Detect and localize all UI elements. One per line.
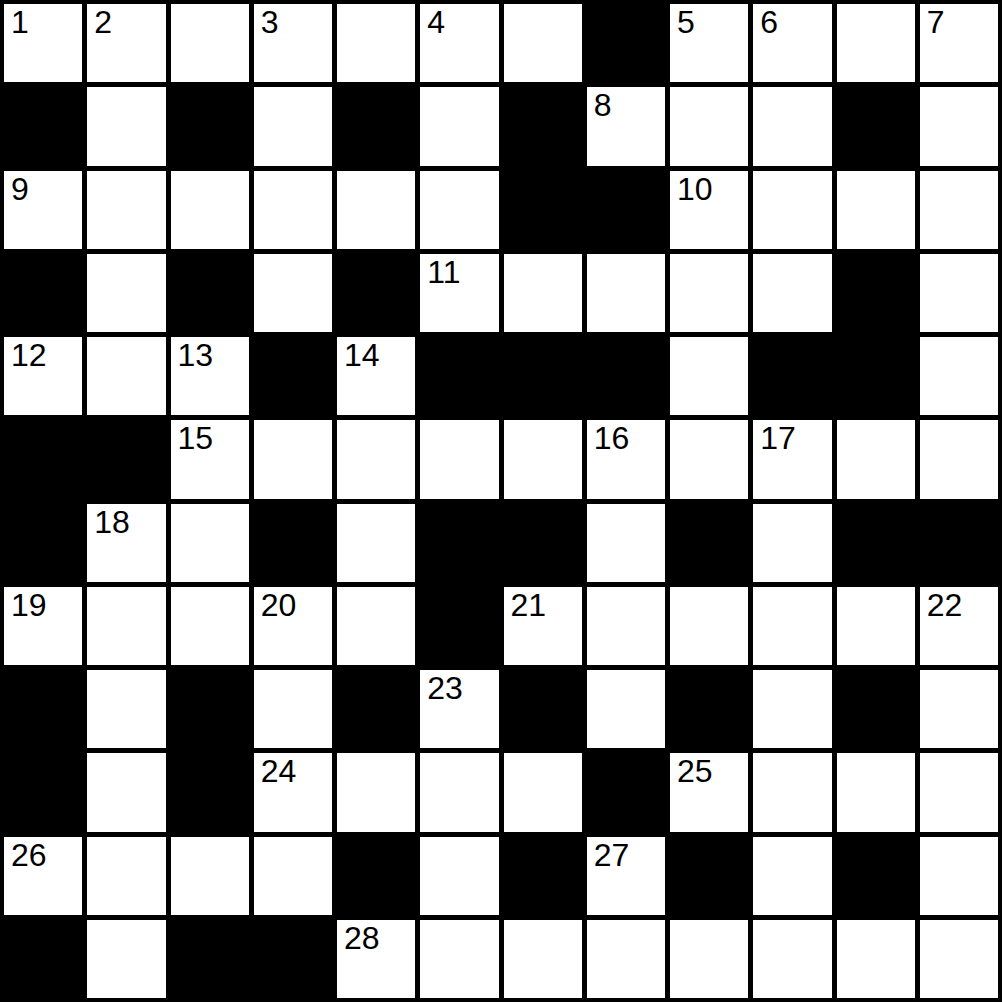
blocked-cell-r1c2 xyxy=(171,87,249,165)
blocked-cell-r9c7 xyxy=(587,753,665,831)
cell-r11c7[interactable] xyxy=(587,920,665,998)
cell-r9c9[interactable] xyxy=(753,753,831,831)
clue-number: 27 xyxy=(594,839,630,873)
cell-r11c9[interactable] xyxy=(753,920,831,998)
cell-r1c9[interactable] xyxy=(753,87,831,165)
cell-r4c1[interactable] xyxy=(87,337,165,415)
cell-r2c10[interactable] xyxy=(837,171,915,249)
blocked-cell-r0c7 xyxy=(587,4,665,82)
cell-r3c9[interactable] xyxy=(753,254,831,332)
clue-number: 1 xyxy=(11,6,29,40)
cell-r9c5[interactable] xyxy=(420,753,498,831)
cell-r3c3[interactable] xyxy=(254,254,332,332)
blocked-cell-r8c8 xyxy=(670,670,748,748)
cell-r6c9[interactable] xyxy=(753,504,831,582)
clue-number: 14 xyxy=(344,339,380,373)
clue-number: 13 xyxy=(178,339,214,373)
cell-r0c4[interactable] xyxy=(337,4,415,82)
cell-r7c9[interactable] xyxy=(753,587,831,665)
cell-r0c3[interactable]: 3 xyxy=(254,4,332,82)
clue-number: 3 xyxy=(261,6,279,40)
clue-number: 9 xyxy=(11,173,29,207)
blocked-cell-r1c6 xyxy=(504,87,582,165)
cell-r2c2[interactable] xyxy=(171,171,249,249)
blocked-cell-r3c0 xyxy=(4,254,82,332)
cell-r5c4[interactable] xyxy=(337,420,415,498)
blocked-cell-r5c0 xyxy=(4,420,82,498)
blocked-cell-r8c10 xyxy=(837,670,915,748)
cell-r9c4[interactable] xyxy=(337,753,415,831)
cell-r7c3[interactable]: 20 xyxy=(254,587,332,665)
cell-r8c5[interactable]: 23 xyxy=(420,670,498,748)
cell-r9c8[interactable]: 25 xyxy=(670,753,748,831)
cell-r4c2[interactable]: 13 xyxy=(171,337,249,415)
cell-r5c3[interactable] xyxy=(254,420,332,498)
cell-r7c0[interactable]: 19 xyxy=(4,587,82,665)
cell-r11c5[interactable] xyxy=(420,920,498,998)
blocked-cell-r4c7 xyxy=(587,337,665,415)
cell-r6c1[interactable]: 18 xyxy=(87,504,165,582)
cell-r10c3[interactable] xyxy=(254,837,332,915)
cell-r6c7[interactable] xyxy=(587,504,665,582)
cell-r2c1[interactable] xyxy=(87,171,165,249)
cell-r9c6[interactable] xyxy=(504,753,582,831)
cell-r5c8[interactable] xyxy=(670,420,748,498)
blocked-cell-r11c2 xyxy=(171,920,249,998)
cell-r0c11[interactable]: 7 xyxy=(920,4,998,82)
cell-r11c4[interactable]: 28 xyxy=(337,920,415,998)
cell-r10c2[interactable] xyxy=(171,837,249,915)
cell-r7c6[interactable]: 21 xyxy=(504,587,582,665)
cell-r7c8[interactable] xyxy=(670,587,748,665)
blocked-cell-r1c0 xyxy=(4,87,82,165)
cell-r11c6[interactable] xyxy=(504,920,582,998)
blocked-cell-r6c5 xyxy=(420,504,498,582)
blocked-cell-r8c6 xyxy=(504,670,582,748)
cell-r2c8[interactable]: 10 xyxy=(670,171,748,249)
blocked-cell-r6c6 xyxy=(504,504,582,582)
blocked-cell-r4c10 xyxy=(837,337,915,415)
cell-r8c3[interactable] xyxy=(254,670,332,748)
cell-r3c5[interactable]: 11 xyxy=(420,254,498,332)
clue-number: 20 xyxy=(261,589,297,623)
cell-r4c0[interactable]: 12 xyxy=(4,337,82,415)
cell-r0c9[interactable]: 6 xyxy=(753,4,831,82)
cell-r1c11[interactable] xyxy=(920,87,998,165)
cell-r1c1[interactable] xyxy=(87,87,165,165)
blocked-cell-r6c3 xyxy=(254,504,332,582)
blocked-cell-r2c7 xyxy=(587,171,665,249)
cell-r11c11[interactable] xyxy=(920,920,998,998)
cell-r7c4[interactable] xyxy=(337,587,415,665)
blocked-cell-r3c2 xyxy=(171,254,249,332)
cell-r8c11[interactable] xyxy=(920,670,998,748)
cell-r9c10[interactable] xyxy=(837,753,915,831)
cell-r2c0[interactable]: 9 xyxy=(4,171,82,249)
blocked-cell-r11c3 xyxy=(254,920,332,998)
cell-r11c1[interactable] xyxy=(87,920,165,998)
cell-r5c6[interactable] xyxy=(504,420,582,498)
blocked-cell-r8c2 xyxy=(171,670,249,748)
cell-r1c7[interactable]: 8 xyxy=(587,87,665,165)
cell-r3c1[interactable] xyxy=(87,254,165,332)
cell-r6c4[interactable] xyxy=(337,504,415,582)
blocked-cell-r4c5 xyxy=(420,337,498,415)
blocked-cell-r4c9 xyxy=(753,337,831,415)
cell-r9c1[interactable] xyxy=(87,753,165,831)
clue-number: 15 xyxy=(178,422,214,456)
clue-number: 18 xyxy=(94,506,130,540)
blocked-cell-r7c5 xyxy=(420,587,498,665)
clue-number: 8 xyxy=(594,89,612,123)
cell-r8c9[interactable] xyxy=(753,670,831,748)
cell-r7c11[interactable]: 22 xyxy=(920,587,998,665)
clue-number: 23 xyxy=(427,672,463,706)
cell-r4c4[interactable]: 14 xyxy=(337,337,415,415)
cell-r2c5[interactable] xyxy=(420,171,498,249)
clue-number: 6 xyxy=(760,6,778,40)
cell-r5c7[interactable]: 16 xyxy=(587,420,665,498)
cell-r2c9[interactable] xyxy=(753,171,831,249)
cell-r0c0[interactable]: 1 xyxy=(4,4,82,82)
clue-number: 26 xyxy=(11,839,47,873)
blocked-cell-r10c10 xyxy=(837,837,915,915)
blocked-cell-r10c4 xyxy=(337,837,415,915)
cell-r0c2[interactable] xyxy=(171,4,249,82)
clue-number: 28 xyxy=(344,922,380,956)
clue-number: 19 xyxy=(11,589,47,623)
blocked-cell-r10c8 xyxy=(670,837,748,915)
cell-r7c10[interactable] xyxy=(837,587,915,665)
blocked-cell-r6c0 xyxy=(4,504,82,582)
clue-number: 12 xyxy=(11,339,47,373)
cell-r11c8[interactable] xyxy=(670,920,748,998)
cell-r8c7[interactable] xyxy=(587,670,665,748)
cell-r1c3[interactable] xyxy=(254,87,332,165)
cell-r2c11[interactable] xyxy=(920,171,998,249)
blocked-cell-r1c10 xyxy=(837,87,915,165)
blocked-cell-r6c10 xyxy=(837,504,915,582)
cell-r9c11[interactable] xyxy=(920,753,998,831)
cell-r5c5[interactable] xyxy=(420,420,498,498)
crossword-grid: 1234567891011121314151617181920212223242… xyxy=(0,0,1002,1002)
clue-number: 24 xyxy=(261,755,297,789)
clue-number: 21 xyxy=(511,589,547,623)
cell-r10c11[interactable] xyxy=(920,837,998,915)
blocked-cell-r4c3 xyxy=(254,337,332,415)
clue-number: 16 xyxy=(594,422,630,456)
cell-r7c1[interactable] xyxy=(87,587,165,665)
cell-r0c1[interactable]: 2 xyxy=(87,4,165,82)
cell-r7c7[interactable] xyxy=(587,587,665,665)
blocked-cell-r11c0 xyxy=(4,920,82,998)
cell-r3c8[interactable] xyxy=(670,254,748,332)
cell-r6c2[interactable] xyxy=(171,504,249,582)
clue-number: 17 xyxy=(760,422,796,456)
clue-number: 22 xyxy=(927,589,963,623)
cell-r5c10[interactable] xyxy=(837,420,915,498)
blocked-cell-r4c6 xyxy=(504,337,582,415)
cell-r5c9[interactable]: 17 xyxy=(753,420,831,498)
blocked-cell-r6c8 xyxy=(670,504,748,582)
clue-number: 2 xyxy=(94,6,112,40)
clue-number: 7 xyxy=(927,6,945,40)
blocked-cell-r6c11 xyxy=(920,504,998,582)
cell-r0c10[interactable] xyxy=(837,4,915,82)
cell-r2c3[interactable] xyxy=(254,171,332,249)
blocked-cell-r1c4 xyxy=(337,87,415,165)
blocked-cell-r9c0 xyxy=(4,753,82,831)
blocked-cell-r8c0 xyxy=(4,670,82,748)
cell-r10c9[interactable] xyxy=(753,837,831,915)
clue-number: 25 xyxy=(677,755,713,789)
cell-r7c2[interactable] xyxy=(171,587,249,665)
cell-r5c11[interactable] xyxy=(920,420,998,498)
clue-number: 10 xyxy=(677,173,713,207)
cell-r2c4[interactable] xyxy=(337,171,415,249)
cell-r0c6[interactable] xyxy=(504,4,582,82)
cell-r1c8[interactable] xyxy=(670,87,748,165)
cell-r11c10[interactable] xyxy=(837,920,915,998)
cell-r0c5[interactable]: 4 xyxy=(420,4,498,82)
cell-r10c0[interactable]: 26 xyxy=(4,837,82,915)
cell-r5c2[interactable]: 15 xyxy=(171,420,249,498)
cell-r3c6[interactable] xyxy=(504,254,582,332)
cell-r8c1[interactable] xyxy=(87,670,165,748)
cell-r10c7[interactable]: 27 xyxy=(587,837,665,915)
cell-r10c5[interactable] xyxy=(420,837,498,915)
blocked-cell-r3c4 xyxy=(337,254,415,332)
cell-r3c7[interactable] xyxy=(587,254,665,332)
blocked-cell-r5c1 xyxy=(87,420,165,498)
cell-r10c1[interactable] xyxy=(87,837,165,915)
blocked-cell-r2c6 xyxy=(504,171,582,249)
blocked-cell-r10c6 xyxy=(504,837,582,915)
cell-r9c3[interactable]: 24 xyxy=(254,753,332,831)
cell-r1c5[interactable] xyxy=(420,87,498,165)
blocked-cell-r3c10 xyxy=(837,254,915,332)
blocked-cell-r9c2 xyxy=(171,753,249,831)
clue-number: 5 xyxy=(677,6,695,40)
clue-number: 4 xyxy=(427,6,445,40)
cell-r4c8[interactable] xyxy=(670,337,748,415)
clue-number: 11 xyxy=(427,256,460,290)
cell-r0c8[interactable]: 5 xyxy=(670,4,748,82)
cell-r4c11[interactable] xyxy=(920,337,998,415)
cell-r3c11[interactable] xyxy=(920,254,998,332)
blocked-cell-r8c4 xyxy=(337,670,415,748)
